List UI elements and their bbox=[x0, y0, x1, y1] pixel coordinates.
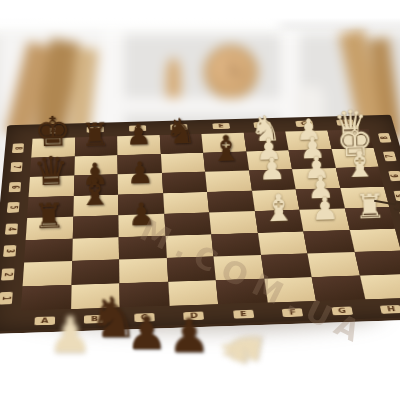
square-d3[interactable] bbox=[165, 234, 213, 258]
square-b3[interactable] bbox=[72, 237, 119, 261]
white-pawn[interactable]: ♟ bbox=[259, 154, 286, 185]
white-rook[interactable]: ♜ bbox=[355, 189, 386, 224]
square-f2[interactable] bbox=[261, 254, 312, 279]
square-b2[interactable] bbox=[71, 260, 119, 285]
white-pawn[interactable]: ♟ bbox=[310, 194, 338, 226]
square-d2[interactable] bbox=[166, 257, 215, 282]
square-g2[interactable] bbox=[307, 252, 359, 277]
captured-white-pawn[interactable]: ♟ bbox=[48, 310, 93, 360]
square-e4[interactable] bbox=[209, 211, 257, 234]
square-a2[interactable] bbox=[23, 261, 72, 286]
black-rook[interactable]: ♜ bbox=[81, 118, 111, 151]
square-a3[interactable] bbox=[24, 238, 72, 262]
black-pawn[interactable]: ♟ bbox=[127, 199, 156, 231]
square-d6[interactable] bbox=[161, 172, 207, 193]
square-h2[interactable] bbox=[354, 251, 400, 276]
black-bishop[interactable]: ♝ bbox=[78, 173, 112, 211]
coord-label-8: 8 bbox=[378, 133, 392, 143]
coord-label-3: 3 bbox=[3, 245, 16, 257]
square-g1[interactable] bbox=[312, 275, 365, 301]
white-bishop[interactable]: ♝ bbox=[343, 145, 376, 182]
white-wall-top bbox=[0, 0, 400, 30]
coord-label-6: 6 bbox=[388, 171, 400, 181]
black-rook[interactable]: ♜ bbox=[33, 198, 65, 233]
fallen-white-knight[interactable]: ♞ bbox=[212, 321, 271, 376]
square-e6[interactable] bbox=[205, 170, 251, 191]
coord-label-7: 7 bbox=[10, 162, 22, 172]
square-d1[interactable] bbox=[168, 280, 219, 306]
coord-label-1: 1 bbox=[0, 292, 13, 305]
square-d7[interactable] bbox=[160, 153, 205, 174]
coord-label-4: 4 bbox=[5, 223, 18, 234]
square-h3[interactable] bbox=[349, 228, 400, 252]
wooden-figurine bbox=[166, 58, 181, 100]
square-d5[interactable] bbox=[163, 192, 210, 214]
wall-clock bbox=[204, 45, 258, 99]
square-e1[interactable] bbox=[216, 278, 267, 304]
square-d4[interactable] bbox=[164, 213, 211, 236]
coord-label-7: 7 bbox=[383, 151, 397, 161]
coord-label-5: 5 bbox=[7, 202, 20, 213]
chess-board[interactable]: 8877665544332211AABBCCDDEEFFGGHH♚♜♟♞♝♛♟♟… bbox=[0, 115, 400, 332]
square-g3[interactable] bbox=[303, 230, 354, 254]
square-b4[interactable] bbox=[72, 215, 118, 238]
black-knight[interactable]: ♞ bbox=[165, 113, 197, 149]
captured-black-pawn-2[interactable]: ♟ bbox=[168, 312, 210, 359]
black-pawn[interactable]: ♟ bbox=[125, 120, 152, 150]
square-e3[interactable] bbox=[211, 233, 260, 257]
black-bishop[interactable]: ♝ bbox=[209, 130, 242, 166]
square-c3[interactable] bbox=[119, 236, 167, 260]
square-e5[interactable] bbox=[207, 190, 254, 212]
coord-label-8: 8 bbox=[12, 143, 24, 153]
black-pawn[interactable]: ♟ bbox=[126, 158, 154, 189]
white-bishop[interactable]: ♝ bbox=[262, 188, 297, 227]
coord-label-2: 2 bbox=[1, 268, 15, 280]
clock-hand bbox=[231, 72, 243, 74]
coord-label-6: 6 bbox=[8, 182, 21, 193]
black-queen[interactable]: ♛ bbox=[32, 151, 69, 192]
scene: 8877665544332211AABBCCDDEEFFGGHH♚♜♟♞♝♛♟♟… bbox=[0, 0, 400, 400]
square-c2[interactable] bbox=[119, 258, 168, 283]
black-king[interactable]: ♚ bbox=[33, 110, 71, 152]
square-f3[interactable] bbox=[257, 231, 307, 255]
square-e2[interactable] bbox=[214, 255, 264, 280]
square-h1[interactable] bbox=[359, 274, 400, 300]
captured-black-pawn-1[interactable]: ♟ bbox=[126, 310, 167, 356]
square-f1[interactable] bbox=[264, 277, 316, 303]
